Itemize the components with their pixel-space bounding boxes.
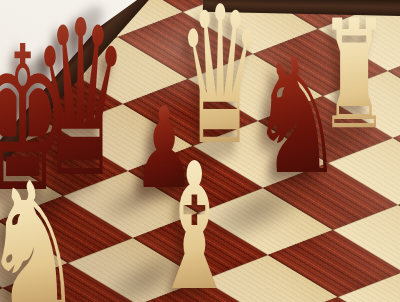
natural-bishop-glyph: ♝ — [151, 140, 237, 302]
chess-photo-stage: ♚♛♟♛♞♜♞♝ — [0, 0, 400, 302]
piece-natural-bishop: ♝ — [116, 140, 273, 302]
pieces-layer: ♚♛♟♛♞♜♞♝ — [0, 0, 400, 302]
piece-natural-knight: ♞ — [0, 160, 109, 302]
natural-knight-glyph: ♞ — [0, 160, 83, 302]
